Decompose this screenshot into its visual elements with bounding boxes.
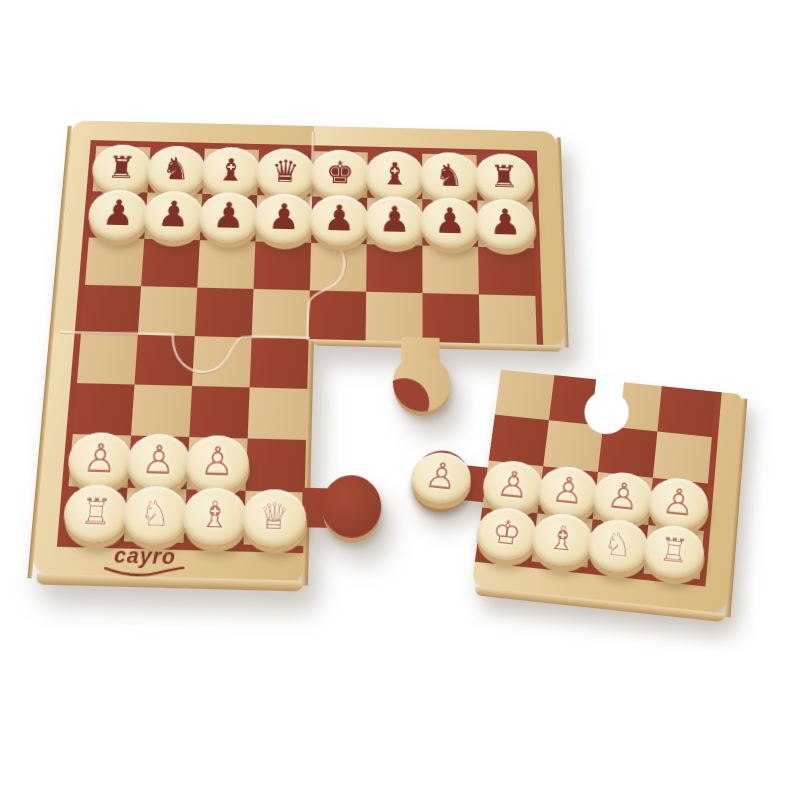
piece-white-pawn-g2[interactable]: ♙ <box>590 470 655 528</box>
black-pawn-glyph: ♟ <box>101 195 136 231</box>
black-rook-glyph: ♜ <box>490 161 519 192</box>
black-pawn-glyph: ♟ <box>434 203 467 239</box>
white-bishop-glyph: ♗ <box>199 496 231 533</box>
white-bishop-glyph: ♗ <box>546 520 578 555</box>
piece-white-king-e1[interactable]: ♔ <box>473 505 539 564</box>
white-pawn-glyph: ♙ <box>81 438 118 479</box>
piece-black-pawn-c7[interactable]: ♟ <box>198 192 260 244</box>
white-pawn-glyph: ♙ <box>199 441 235 482</box>
piece-black-pawn-b7[interactable]: ♟ <box>142 190 204 242</box>
white-rook-glyph: ♖ <box>658 532 690 568</box>
white-queen-glyph: ♕ <box>258 498 290 535</box>
white-knight-glyph: ♘ <box>139 495 172 532</box>
piece-white-bishop-c1[interactable]: ♗ <box>181 487 248 547</box>
black-pawn-glyph: ♟ <box>212 198 246 234</box>
black-pawn-glyph: ♟ <box>156 196 190 232</box>
piece-white-pawn-h2[interactable]: ♙ <box>646 476 710 534</box>
white-pawn-glyph: ♙ <box>423 457 460 496</box>
white-pawn-glyph: ♙ <box>550 471 586 510</box>
black-pawn-glyph: ♟ <box>267 199 300 235</box>
black-queen-glyph: ♛ <box>271 156 300 187</box>
white-king-glyph: ♔ <box>491 515 524 550</box>
black-bishop-glyph: ♝ <box>381 158 409 189</box>
white-rook-glyph: ♖ <box>79 493 112 530</box>
black-bishop-glyph: ♝ <box>216 154 246 185</box>
piece-black-bishop-f8[interactable]: ♝ <box>365 150 424 201</box>
white-pawn-glyph: ♙ <box>605 477 641 516</box>
white-pawn-glyph: ♙ <box>661 483 696 522</box>
piece-white-queen-d1[interactable]: ♕ <box>241 488 307 548</box>
piece-black-pawn-g7[interactable]: ♟ <box>420 197 480 249</box>
detached-piece-pieces-layer: ♙♙♙♙♙♔♗♘♖ <box>472 370 743 614</box>
piece-white-pawn-f2[interactable]: ♙ <box>535 464 600 521</box>
black-knight-glyph: ♞ <box>435 159 463 190</box>
piece-black-rook-h8[interactable]: ♜ <box>474 153 534 204</box>
white-knight-glyph: ♘ <box>602 526 634 562</box>
piece-white-knight-b1[interactable]: ♘ <box>121 485 188 545</box>
black-rook-glyph: ♜ <box>107 152 137 183</box>
black-pawn-glyph: ♟ <box>323 200 356 236</box>
piece-black-pawn-e7[interactable]: ♟ <box>309 194 369 246</box>
piece-black-knight-b8[interactable]: ♞ <box>145 145 207 196</box>
black-pawn-glyph: ♟ <box>378 202 410 238</box>
white-pawn-glyph: ♙ <box>140 440 176 481</box>
piece-white-knight-g1[interactable]: ♘ <box>585 517 650 576</box>
piece-black-queen-d8[interactable]: ♛ <box>255 148 315 199</box>
piece-black-pawn-a7[interactable]: ♟ <box>87 189 150 241</box>
piece-white-pawn-c2[interactable]: ♙ <box>184 435 250 493</box>
piece-black-pawn-f7[interactable]: ♟ <box>365 196 425 248</box>
piece-black-rook-a8[interactable]: ♜ <box>90 144 152 195</box>
piece-black-king-e8[interactable]: ♚ <box>310 149 370 200</box>
piece-white-pawn-a2[interactable]: ♙ <box>66 432 133 490</box>
piece-black-bishop-c8[interactable]: ♝ <box>200 147 261 198</box>
piece-white-pawn-b2[interactable]: ♙ <box>125 433 191 491</box>
piece-white-rook-a1[interactable]: ♖ <box>62 484 130 544</box>
piece-white-bishop-f1[interactable]: ♗ <box>529 511 595 570</box>
black-knight-glyph: ♞ <box>161 153 191 184</box>
piece-white-rook-h1[interactable]: ♖ <box>641 523 706 582</box>
detached-puzzle-piece[interactable]: ♙♙♙♙♙♔♗♘♖ <box>472 370 743 614</box>
piece-black-pawn-d7[interactable]: ♟ <box>253 193 314 245</box>
black-king-glyph: ♚ <box>326 157 355 188</box>
product-photo-scene: cayro ♜♞♝♛♚♝♞♜♟♟♟♟♟♟♟♟♙♙♙♖♘♗♕ <box>0 0 800 800</box>
piece-black-pawn-h7[interactable]: ♟ <box>475 198 536 250</box>
piece-white-pawn-e2[interactable]: ♙ <box>480 458 546 515</box>
piece-black-knight-g8[interactable]: ♞ <box>420 152 479 203</box>
white-pawn-glyph: ♙ <box>495 465 532 504</box>
black-pawn-glyph: ♟ <box>489 204 522 240</box>
